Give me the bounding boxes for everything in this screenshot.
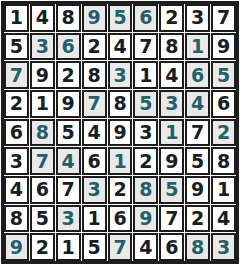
cell-r9c7[interactable]: 6 [159, 233, 184, 261]
cell-r4c7[interactable]: 3 [159, 90, 184, 118]
cell-r2c5[interactable]: 4 [108, 33, 133, 61]
cell-r7c4[interactable]: 3 [82, 176, 107, 204]
cell-r3c4[interactable]: 8 [82, 61, 107, 89]
cell-r4c9[interactable]: 6 [211, 90, 236, 118]
cell-r5c2[interactable]: 8 [30, 119, 55, 147]
cell-r1c2[interactable]: 4 [30, 4, 55, 32]
cell-r8c3[interactable]: 3 [56, 205, 81, 233]
cell-r3c1[interactable]: 7 [4, 61, 29, 89]
cell-r5c5[interactable]: 9 [108, 119, 133, 147]
cell-r2c6[interactable]: 7 [133, 33, 158, 61]
cell-r6c7[interactable]: 9 [159, 147, 184, 175]
cell-r2c2[interactable]: 3 [30, 33, 55, 61]
cell-r3c3[interactable]: 2 [56, 61, 81, 89]
cell-r1c4[interactable]: 9 [82, 4, 107, 32]
cell-r1c5[interactable]: 5 [108, 4, 133, 32]
cell-r3c6[interactable]: 1 [133, 61, 158, 89]
cell-r6c2[interactable]: 7 [30, 147, 55, 175]
cell-r6c3[interactable]: 4 [56, 147, 81, 175]
cell-r4c2[interactable]: 1 [30, 90, 55, 118]
cell-r4c8[interactable]: 4 [185, 90, 210, 118]
cell-r7c6[interactable]: 8 [133, 176, 158, 204]
cell-r4c5[interactable]: 8 [108, 90, 133, 118]
cell-r2c4[interactable]: 2 [82, 33, 107, 61]
cell-r8c6[interactable]: 9 [133, 205, 158, 233]
cell-r8c4[interactable]: 1 [82, 205, 107, 233]
cell-r7c2[interactable]: 6 [30, 176, 55, 204]
cell-r8c1[interactable]: 8 [4, 205, 29, 233]
cell-r7c5[interactable]: 2 [108, 176, 133, 204]
cell-r4c6[interactable]: 5 [133, 90, 158, 118]
cell-r2c1[interactable]: 5 [4, 33, 29, 61]
cell-r5c8[interactable]: 7 [185, 119, 210, 147]
cell-r4c3[interactable]: 9 [56, 90, 81, 118]
cell-r9c5[interactable]: 7 [108, 233, 133, 261]
cell-r8c7[interactable]: 7 [159, 205, 184, 233]
cell-r3c9[interactable]: 5 [211, 61, 236, 89]
cell-r2c7[interactable]: 8 [159, 33, 184, 61]
cell-r6c4[interactable]: 6 [82, 147, 107, 175]
cell-r7c1[interactable]: 4 [4, 176, 29, 204]
cell-r3c5[interactable]: 3 [108, 61, 133, 89]
cell-r7c7[interactable]: 5 [159, 176, 184, 204]
cell-r4c4[interactable]: 7 [82, 90, 107, 118]
cell-r6c5[interactable]: 1 [108, 147, 133, 175]
cell-r5c9[interactable]: 2 [211, 119, 236, 147]
cell-r1c3[interactable]: 8 [56, 4, 81, 32]
cell-r1c8[interactable]: 3 [185, 4, 210, 32]
cell-r7c8[interactable]: 9 [185, 176, 210, 204]
cell-r6c9[interactable]: 8 [211, 147, 236, 175]
cell-r8c9[interactable]: 4 [211, 205, 236, 233]
cell-r9c6[interactable]: 4 [133, 233, 158, 261]
cell-r3c7[interactable]: 4 [159, 61, 184, 89]
cell-r3c8[interactable]: 6 [185, 61, 210, 89]
cell-r3c2[interactable]: 9 [30, 61, 55, 89]
cell-r5c4[interactable]: 4 [82, 119, 107, 147]
cell-r7c9[interactable]: 1 [211, 176, 236, 204]
cell-r5c6[interactable]: 3 [133, 119, 158, 147]
cell-r8c5[interactable]: 6 [108, 205, 133, 233]
cell-r6c1[interactable]: 3 [4, 147, 29, 175]
cell-r8c8[interactable]: 2 [185, 205, 210, 233]
sudoku-board: 1489562375362478197928314652197853466854… [1, 1, 239, 264]
cell-r1c7[interactable]: 2 [159, 4, 184, 32]
cell-r9c1[interactable]: 9 [4, 233, 29, 261]
cell-r9c3[interactable]: 1 [56, 233, 81, 261]
cell-r1c1[interactable]: 1 [4, 4, 29, 32]
cell-r7c3[interactable]: 7 [56, 176, 81, 204]
cell-r1c9[interactable]: 7 [211, 4, 236, 32]
cell-r4c1[interactable]: 2 [4, 90, 29, 118]
cell-r9c2[interactable]: 2 [30, 233, 55, 261]
cell-r9c9[interactable]: 3 [211, 233, 236, 261]
cell-r5c1[interactable]: 6 [4, 119, 29, 147]
cell-r8c2[interactable]: 5 [30, 205, 55, 233]
cell-r6c6[interactable]: 2 [133, 147, 158, 175]
cell-r5c3[interactable]: 5 [56, 119, 81, 147]
cell-r1c6[interactable]: 6 [133, 4, 158, 32]
cell-r2c8[interactable]: 1 [185, 33, 210, 61]
cell-r2c9[interactable]: 9 [211, 33, 236, 61]
cell-r6c8[interactable]: 5 [185, 147, 210, 175]
cell-r9c4[interactable]: 5 [82, 233, 107, 261]
cell-r5c7[interactable]: 1 [159, 119, 184, 147]
cell-r9c8[interactable]: 8 [185, 233, 210, 261]
cell-r2c3[interactable]: 6 [56, 33, 81, 61]
